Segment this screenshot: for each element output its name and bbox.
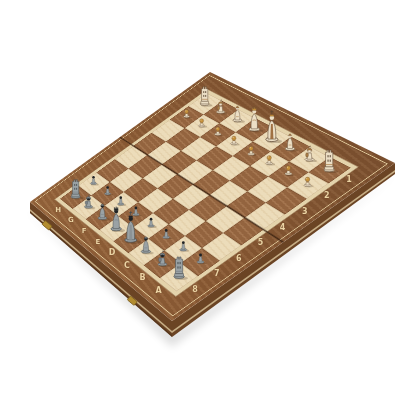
chess-set-photo: ABCDEFGH12345678 [0,0,400,400]
